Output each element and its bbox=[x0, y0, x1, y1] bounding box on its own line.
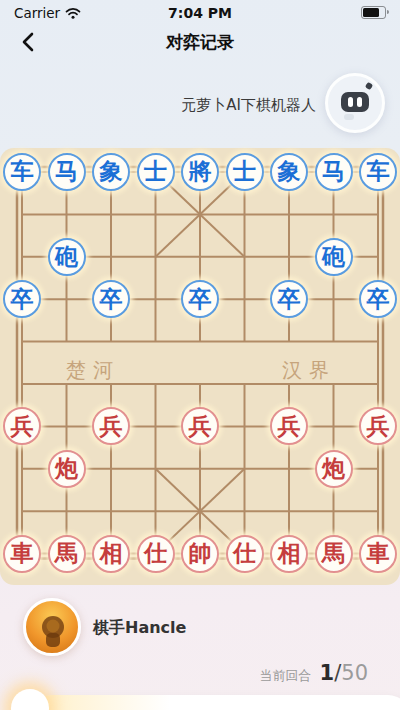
player-avatar bbox=[23, 598, 81, 656]
piece-blue-车: 车 bbox=[3, 153, 41, 191]
piece-blue-卒: 卒 bbox=[3, 280, 41, 318]
playback-slider-track[interactable] bbox=[30, 695, 400, 710]
piece-red-相: 相 bbox=[270, 535, 308, 573]
piece-blue-士: 士 bbox=[226, 153, 264, 191]
piece-red-車: 車 bbox=[359, 535, 397, 573]
piece-red-兵: 兵 bbox=[359, 407, 397, 445]
piece-blue-马: 马 bbox=[48, 153, 86, 191]
piece-blue-砲: 砲 bbox=[48, 238, 86, 276]
opponent-name: 元萝卜AI下棋机器人 bbox=[181, 96, 316, 115]
piece-blue-卒: 卒 bbox=[92, 280, 130, 318]
piece-red-帥: 帥 bbox=[181, 535, 219, 573]
board-grid: 车马象士將士象马车砲砲卒卒卒卒卒兵兵兵兵兵炮炮車馬相仕帥仕相馬車 bbox=[0, 151, 400, 575]
status-bar: Carrier 7:04 PM bbox=[0, 0, 400, 25]
piece-red-車: 車 bbox=[3, 535, 41, 573]
piece-red-馬: 馬 bbox=[48, 535, 86, 573]
player-name: 棋手Hancle bbox=[93, 618, 186, 639]
piece-blue-车: 车 bbox=[359, 153, 397, 191]
battery-icon bbox=[361, 6, 386, 19]
page-title: 对弈记录 bbox=[0, 31, 400, 54]
header: 对弈记录 bbox=[0, 25, 400, 59]
piece-red-馬: 馬 bbox=[315, 535, 353, 573]
xiangqi-board: 楚河 汉界 车马象士將士象马车砲砲卒卒卒卒卒兵兵兵兵兵炮炮車馬相仕帥仕相馬車 bbox=[0, 148, 400, 585]
piece-red-炮: 炮 bbox=[48, 450, 86, 488]
piece-red-兵: 兵 bbox=[92, 407, 130, 445]
piece-blue-砲: 砲 bbox=[315, 238, 353, 276]
clock: 7:04 PM bbox=[0, 5, 400, 21]
piece-red-炮: 炮 bbox=[315, 450, 353, 488]
robot-chin-icon bbox=[344, 114, 354, 120]
round-current: 1 bbox=[320, 661, 335, 685]
piece-red-兵: 兵 bbox=[270, 407, 308, 445]
piece-blue-卒: 卒 bbox=[270, 280, 308, 318]
playback-slider-thumb[interactable] bbox=[11, 689, 49, 710]
round-total: 50 bbox=[341, 661, 368, 685]
robot-face-icon bbox=[341, 92, 369, 112]
piece-blue-卒: 卒 bbox=[359, 280, 397, 318]
piece-red-仕: 仕 bbox=[226, 535, 264, 573]
player-row: 棋手Hancle 当前回合 1/50 bbox=[0, 585, 400, 685]
piece-red-相: 相 bbox=[92, 535, 130, 573]
robot-avatar bbox=[325, 73, 385, 133]
lion-icon bbox=[26, 601, 78, 653]
round-label: 当前回合 bbox=[260, 667, 312, 685]
piece-blue-將: 將 bbox=[181, 153, 219, 191]
piece-red-兵: 兵 bbox=[3, 407, 41, 445]
piece-red-仕: 仕 bbox=[137, 535, 175, 573]
piece-blue-马: 马 bbox=[315, 153, 353, 191]
opponent-row: 元萝卜AI下棋机器人 bbox=[0, 62, 400, 148]
piece-red-兵: 兵 bbox=[181, 407, 219, 445]
piece-blue-卒: 卒 bbox=[181, 280, 219, 318]
piece-blue-象: 象 bbox=[270, 153, 308, 191]
round-counter: 当前回合 1/50 bbox=[260, 661, 368, 685]
chevron-left-icon bbox=[22, 32, 34, 52]
robot-antenna-icon bbox=[365, 82, 373, 90]
back-button[interactable] bbox=[10, 25, 46, 59]
piece-blue-象: 象 bbox=[92, 153, 130, 191]
piece-blue-士: 士 bbox=[137, 153, 175, 191]
